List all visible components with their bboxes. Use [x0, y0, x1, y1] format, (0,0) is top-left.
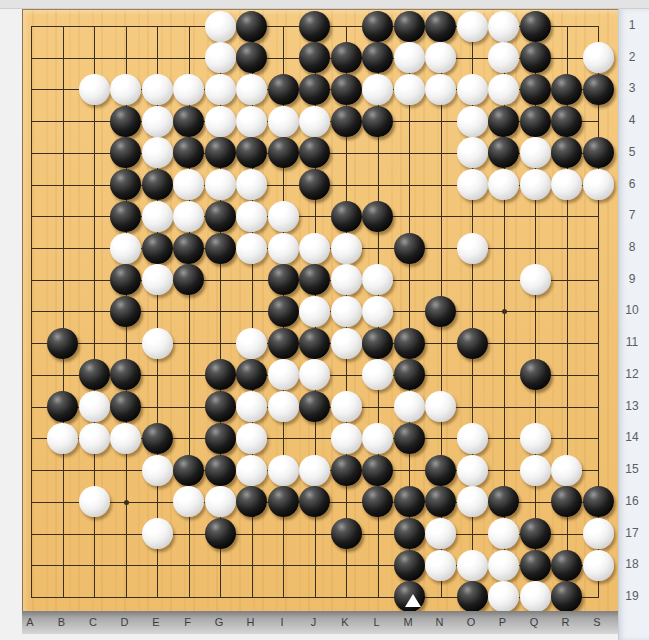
- row-label-17: 17: [619, 526, 645, 540]
- black-stone-N16: [425, 486, 456, 517]
- white-stone-O15: [457, 455, 488, 486]
- row-label-2: 2: [619, 50, 645, 64]
- column-labels-bar: ABCDEFGHIJKLMNOPQRS: [22, 611, 618, 634]
- white-stone-N13: [425, 391, 456, 422]
- black-stone-G12: [205, 359, 236, 390]
- white-stone-I7: [268, 201, 299, 232]
- black-stone-H5: [236, 137, 267, 168]
- white-stone-K13: [331, 391, 362, 422]
- black-stone-K3: [331, 74, 362, 105]
- black-stone-Q2: [520, 42, 551, 73]
- white-stone-K11: [331, 328, 362, 359]
- row-label-18: 18: [619, 557, 645, 571]
- white-stone-F3: [173, 74, 204, 105]
- row-label-9: 9: [619, 272, 645, 286]
- black-stone-D7: [110, 201, 141, 232]
- row-label-13: 13: [619, 399, 645, 413]
- black-stone-O11: [457, 328, 488, 359]
- black-stone-E14: [142, 423, 173, 454]
- black-stone-H16: [236, 486, 267, 517]
- white-stone-I8: [268, 233, 299, 264]
- black-stone-Q3: [520, 74, 551, 105]
- row-label-6: 6: [619, 177, 645, 191]
- black-stone-J3: [299, 74, 330, 105]
- black-stone-L16: [362, 486, 393, 517]
- black-stone-I11: [268, 328, 299, 359]
- black-stone-R3: [551, 74, 582, 105]
- white-stone-M2: [394, 42, 425, 73]
- black-stone-N10: [425, 296, 456, 327]
- last-move-triangle-icon: [405, 594, 421, 607]
- black-stone-Q4: [520, 106, 551, 137]
- row-labels-panel: 12345678910111213141516171819: [618, 9, 649, 640]
- black-stone-L7: [362, 201, 393, 232]
- black-stone-I9: [268, 264, 299, 295]
- white-stone-P1: [488, 11, 519, 42]
- column-label-D: D: [115, 616, 135, 628]
- white-stone-H14: [236, 423, 267, 454]
- white-stone-E15: [142, 455, 173, 486]
- column-label-G: G: [209, 616, 229, 628]
- black-stone-I5: [268, 137, 299, 168]
- black-stone-H2: [236, 42, 267, 73]
- white-stone-O5: [457, 137, 488, 168]
- go-app-window: ABCDEFGHIJKLMNOPQRS 12345678910111213141…: [0, 0, 649, 640]
- white-stone-Q5: [520, 137, 551, 168]
- white-stone-S6: [583, 169, 614, 200]
- white-stone-J15: [299, 455, 330, 486]
- row-label-7: 7: [619, 208, 645, 222]
- black-stone-L2: [362, 42, 393, 73]
- column-label-K: K: [335, 616, 355, 628]
- white-stone-L3: [362, 74, 393, 105]
- black-stone-B11: [47, 328, 78, 359]
- white-stone-Q19: [520, 581, 551, 612]
- black-stone-Q17: [520, 518, 551, 549]
- white-stone-L10: [362, 296, 393, 327]
- white-stone-K14: [331, 423, 362, 454]
- black-stone-F8: [173, 233, 204, 264]
- white-stone-N3: [425, 74, 456, 105]
- white-stone-J4: [299, 106, 330, 137]
- white-stone-S18: [583, 550, 614, 581]
- white-stone-F16: [173, 486, 204, 517]
- black-stone-D9: [110, 264, 141, 295]
- row-label-8: 8: [619, 240, 645, 254]
- star-point: [124, 500, 129, 505]
- black-stone-M12: [394, 359, 425, 390]
- black-stone-J2: [299, 42, 330, 73]
- white-stone-H7: [236, 201, 267, 232]
- black-stone-M8: [394, 233, 425, 264]
- white-stone-H13: [236, 391, 267, 422]
- black-stone-R18: [551, 550, 582, 581]
- white-stone-N18: [425, 550, 456, 581]
- white-stone-P6: [488, 169, 519, 200]
- white-stone-P18: [488, 550, 519, 581]
- black-stone-G8: [205, 233, 236, 264]
- white-stone-O1: [457, 11, 488, 42]
- black-stone-N1: [425, 11, 456, 42]
- row-label-3: 3: [619, 81, 645, 95]
- white-stone-G16: [205, 486, 236, 517]
- column-label-C: C: [83, 616, 103, 628]
- column-label-F: F: [178, 616, 198, 628]
- black-stone-D4: [110, 106, 141, 137]
- black-stone-G5: [205, 137, 236, 168]
- row-label-10: 10: [619, 303, 645, 317]
- black-stone-E8: [142, 233, 173, 264]
- black-stone-R5: [551, 137, 582, 168]
- white-stone-C16: [79, 486, 110, 517]
- white-stone-L12: [362, 359, 393, 390]
- column-label-J: J: [304, 616, 324, 628]
- row-label-15: 15: [619, 462, 645, 476]
- row-label-14: 14: [619, 430, 645, 444]
- white-stone-O18: [457, 550, 488, 581]
- white-stone-O14: [457, 423, 488, 454]
- black-stone-M14: [394, 423, 425, 454]
- black-stone-G15: [205, 455, 236, 486]
- black-stone-Q1: [520, 11, 551, 42]
- black-stone-K4: [331, 106, 362, 137]
- black-stone-J16: [299, 486, 330, 517]
- black-stone-K17: [331, 518, 362, 549]
- column-label-L: L: [367, 616, 387, 628]
- white-stone-Q14: [520, 423, 551, 454]
- black-stone-I3: [268, 74, 299, 105]
- white-stone-O4: [457, 106, 488, 137]
- black-stone-M18: [394, 550, 425, 581]
- white-stone-O16: [457, 486, 488, 517]
- white-stone-E11: [142, 328, 173, 359]
- column-label-M: M: [398, 616, 418, 628]
- white-stone-H8: [236, 233, 267, 264]
- white-stone-G2: [205, 42, 236, 73]
- row-label-1: 1: [619, 18, 645, 32]
- black-stone-F15: [173, 455, 204, 486]
- black-stone-J9: [299, 264, 330, 295]
- white-stone-S2: [583, 42, 614, 73]
- white-stone-K10: [331, 296, 362, 327]
- black-stone-H12: [236, 359, 267, 390]
- white-stone-D8: [110, 233, 141, 264]
- white-stone-C3: [79, 74, 110, 105]
- white-stone-C14: [79, 423, 110, 454]
- white-stone-E3: [142, 74, 173, 105]
- black-stone-Q12: [520, 359, 551, 390]
- column-label-E: E: [146, 616, 166, 628]
- white-stone-D14: [110, 423, 141, 454]
- white-stone-O6: [457, 169, 488, 200]
- white-stone-I12: [268, 359, 299, 390]
- white-stone-E17: [142, 518, 173, 549]
- white-stone-L14: [362, 423, 393, 454]
- black-stone-F5: [173, 137, 204, 168]
- black-stone-J5: [299, 137, 330, 168]
- black-stone-S16: [583, 486, 614, 517]
- white-stone-E5: [142, 137, 173, 168]
- white-stone-M13: [394, 391, 425, 422]
- white-stone-I13: [268, 391, 299, 422]
- white-stone-P3: [488, 74, 519, 105]
- white-stone-I4: [268, 106, 299, 137]
- white-stone-H11: [236, 328, 267, 359]
- white-stone-G4: [205, 106, 236, 137]
- black-stone-J1: [299, 11, 330, 42]
- black-stone-G7: [205, 201, 236, 232]
- row-label-19: 19: [619, 589, 645, 603]
- white-stone-I15: [268, 455, 299, 486]
- white-stone-Q6: [520, 169, 551, 200]
- column-label-R: R: [556, 616, 576, 628]
- white-stone-R15: [551, 455, 582, 486]
- black-stone-L15: [362, 455, 393, 486]
- black-stone-J13: [299, 391, 330, 422]
- white-stone-P17: [488, 518, 519, 549]
- black-stone-L11: [362, 328, 393, 359]
- black-stone-F4: [173, 106, 204, 137]
- black-stone-K7: [331, 201, 362, 232]
- white-stone-H15: [236, 455, 267, 486]
- black-stone-R16: [551, 486, 582, 517]
- white-stone-J10: [299, 296, 330, 327]
- black-stone-F9: [173, 264, 204, 295]
- white-stone-L9: [362, 264, 393, 295]
- white-stone-Q15: [520, 455, 551, 486]
- white-stone-J8: [299, 233, 330, 264]
- white-stone-Q9: [520, 264, 551, 295]
- white-stone-E4: [142, 106, 173, 137]
- star-point: [502, 309, 507, 314]
- white-stone-E9: [142, 264, 173, 295]
- white-stone-E7: [142, 201, 173, 232]
- white-stone-F6: [173, 169, 204, 200]
- black-stone-M17: [394, 518, 425, 549]
- white-stone-M3: [394, 74, 425, 105]
- black-stone-G13: [205, 391, 236, 422]
- black-stone-G17: [205, 518, 236, 549]
- black-stone-R19: [551, 581, 582, 612]
- black-stone-D13: [110, 391, 141, 422]
- white-stone-N2: [425, 42, 456, 73]
- black-stone-I16: [268, 486, 299, 517]
- white-stone-G6: [205, 169, 236, 200]
- white-stone-G3: [205, 74, 236, 105]
- black-stone-J11: [299, 328, 330, 359]
- column-label-B: B: [52, 616, 72, 628]
- white-stone-P19: [488, 581, 519, 612]
- black-stone-M1: [394, 11, 425, 42]
- row-label-11: 11: [619, 335, 645, 349]
- white-stone-D3: [110, 74, 141, 105]
- white-stone-P2: [488, 42, 519, 73]
- column-label-I: I: [272, 616, 292, 628]
- black-stone-K15: [331, 455, 362, 486]
- column-label-P: P: [493, 616, 513, 628]
- column-label-A: A: [20, 616, 40, 628]
- black-stone-D6: [110, 169, 141, 200]
- row-label-16: 16: [619, 494, 645, 508]
- black-stone-K2: [331, 42, 362, 73]
- white-stone-K9: [331, 264, 362, 295]
- column-label-O: O: [461, 616, 481, 628]
- black-stone-P5: [488, 137, 519, 168]
- black-stone-M11: [394, 328, 425, 359]
- black-stone-C12: [79, 359, 110, 390]
- white-stone-C13: [79, 391, 110, 422]
- column-label-Q: Q: [524, 616, 544, 628]
- black-stone-Q18: [520, 550, 551, 581]
- black-stone-H1: [236, 11, 267, 42]
- black-stone-I10: [268, 296, 299, 327]
- white-stone-O8: [457, 233, 488, 264]
- white-stone-H4: [236, 106, 267, 137]
- black-stone-E6: [142, 169, 173, 200]
- white-stone-G1: [205, 11, 236, 42]
- black-stone-M16: [394, 486, 425, 517]
- black-stone-P4: [488, 106, 519, 137]
- white-stone-B14: [47, 423, 78, 454]
- white-stone-F7: [173, 201, 204, 232]
- column-label-N: N: [430, 616, 450, 628]
- black-stone-O19: [457, 581, 488, 612]
- row-label-4: 4: [619, 113, 645, 127]
- white-stone-H3: [236, 74, 267, 105]
- column-label-H: H: [241, 616, 261, 628]
- black-stone-G14: [205, 423, 236, 454]
- go-board[interactable]: [22, 9, 619, 612]
- black-stone-D12: [110, 359, 141, 390]
- row-label-12: 12: [619, 367, 645, 381]
- white-stone-K8: [331, 233, 362, 264]
- black-stone-N15: [425, 455, 456, 486]
- black-stone-S5: [583, 137, 614, 168]
- white-stone-O3: [457, 74, 488, 105]
- column-label-S: S: [587, 616, 607, 628]
- row-label-5: 5: [619, 145, 645, 159]
- black-stone-S3: [583, 74, 614, 105]
- black-stone-D10: [110, 296, 141, 327]
- black-stone-J6: [299, 169, 330, 200]
- white-stone-H6: [236, 169, 267, 200]
- white-stone-S17: [583, 518, 614, 549]
- white-stone-N17: [425, 518, 456, 549]
- black-stone-R4: [551, 106, 582, 137]
- white-stone-J12: [299, 359, 330, 390]
- top-band: [0, 0, 649, 9]
- white-stone-R6: [551, 169, 582, 200]
- black-stone-L1: [362, 11, 393, 42]
- black-stone-B13: [47, 391, 78, 422]
- black-stone-D5: [110, 137, 141, 168]
- black-stone-L4: [362, 106, 393, 137]
- black-stone-P16: [488, 486, 519, 517]
